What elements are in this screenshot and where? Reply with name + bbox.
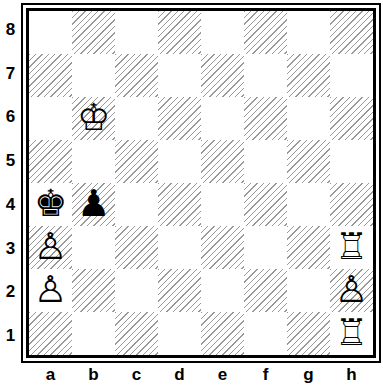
square-h3[interactable]: ♖: [330, 226, 373, 269]
square-e4[interactable]: [201, 183, 244, 226]
file-label-g: g: [303, 365, 313, 385]
square-h7[interactable]: [330, 54, 373, 97]
square-f2[interactable]: [244, 269, 287, 312]
square-d2[interactable]: [158, 269, 201, 312]
square-c8[interactable]: [115, 11, 158, 54]
square-f4[interactable]: [244, 183, 287, 226]
board-frame: ♔♚♟♙♖♙♙♖: [21, 3, 381, 363]
board: ♔♚♟♙♖♙♙♖: [26, 8, 376, 358]
square-e8[interactable]: [201, 11, 244, 54]
square-c2[interactable]: [115, 269, 158, 312]
square-a2[interactable]: ♙: [29, 269, 72, 312]
rank-labels: 87654321: [0, 3, 21, 363]
white-pawn[interactable]: ♙: [335, 269, 368, 311]
square-e1[interactable]: [201, 312, 244, 355]
square-h1[interactable]: ♖: [330, 312, 373, 355]
rank-label-2: 2: [6, 282, 15, 302]
square-f3[interactable]: [244, 226, 287, 269]
black-king[interactable]: ♚: [34, 183, 67, 225]
white-rook[interactable]: ♖: [335, 312, 368, 354]
file-label-h: h: [346, 365, 356, 385]
square-h2[interactable]: ♙: [330, 269, 373, 312]
square-a1[interactable]: [29, 312, 72, 355]
square-d7[interactable]: [158, 54, 201, 97]
square-e2[interactable]: [201, 269, 244, 312]
square-d6[interactable]: [158, 97, 201, 140]
square-e5[interactable]: [201, 140, 244, 183]
square-b1[interactable]: [72, 312, 115, 355]
square-b5[interactable]: [72, 140, 115, 183]
square-h8[interactable]: [330, 11, 373, 54]
file-label-a: a: [46, 365, 55, 385]
square-d5[interactable]: [158, 140, 201, 183]
square-g3[interactable]: [287, 226, 330, 269]
square-b4[interactable]: ♟: [72, 183, 115, 226]
white-rook[interactable]: ♖: [335, 226, 368, 268]
square-e6[interactable]: [201, 97, 244, 140]
square-b3[interactable]: [72, 226, 115, 269]
file-label-d: d: [174, 365, 184, 385]
square-g5[interactable]: [287, 140, 330, 183]
square-g2[interactable]: [287, 269, 330, 312]
square-c1[interactable]: [115, 312, 158, 355]
square-f5[interactable]: [244, 140, 287, 183]
square-b7[interactable]: [72, 54, 115, 97]
rank-label-1: 1: [6, 326, 15, 346]
square-h5[interactable]: [330, 140, 373, 183]
square-a8[interactable]: [29, 11, 72, 54]
square-g4[interactable]: [287, 183, 330, 226]
file-labels: abcdefgh: [21, 363, 381, 387]
square-d3[interactable]: [158, 226, 201, 269]
square-f1[interactable]: [244, 312, 287, 355]
square-d8[interactable]: [158, 11, 201, 54]
square-g7[interactable]: [287, 54, 330, 97]
square-a6[interactable]: [29, 97, 72, 140]
rank-label-7: 7: [6, 64, 15, 84]
white-pawn[interactable]: ♙: [34, 226, 67, 268]
square-d1[interactable]: [158, 312, 201, 355]
square-f8[interactable]: [244, 11, 287, 54]
square-d4[interactable]: [158, 183, 201, 226]
square-b2[interactable]: [72, 269, 115, 312]
square-f6[interactable]: [244, 97, 287, 140]
rank-label-6: 6: [6, 107, 15, 127]
file-label-e: e: [218, 365, 227, 385]
square-c5[interactable]: [115, 140, 158, 183]
square-g6[interactable]: [287, 97, 330, 140]
chess-board-diagram: 87654321 ♔♚♟♙♖♙♙♖ abcdefgh: [0, 0, 383, 387]
rank-label-5: 5: [6, 151, 15, 171]
corner-spacer: [0, 363, 21, 387]
file-label-f: f: [263, 365, 269, 385]
white-pawn[interactable]: ♙: [34, 269, 67, 311]
black-pawn[interactable]: ♟: [77, 183, 110, 225]
rank-label-3: 3: [6, 239, 15, 259]
white-king[interactable]: ♔: [77, 97, 110, 139]
square-h6[interactable]: [330, 97, 373, 140]
square-g8[interactable]: [287, 11, 330, 54]
square-b8[interactable]: [72, 11, 115, 54]
file-label-b: b: [88, 365, 98, 385]
square-a5[interactable]: [29, 140, 72, 183]
square-h4[interactable]: [330, 183, 373, 226]
square-f7[interactable]: [244, 54, 287, 97]
square-b6[interactable]: ♔: [72, 97, 115, 140]
square-e3[interactable]: [201, 226, 244, 269]
square-a7[interactable]: [29, 54, 72, 97]
square-c7[interactable]: [115, 54, 158, 97]
rank-label-4: 4: [6, 195, 15, 215]
square-a3[interactable]: ♙: [29, 226, 72, 269]
square-a4[interactable]: ♚: [29, 183, 72, 226]
square-c6[interactable]: [115, 97, 158, 140]
square-c3[interactable]: [115, 226, 158, 269]
square-g1[interactable]: [287, 312, 330, 355]
square-e7[interactable]: [201, 54, 244, 97]
square-c4[interactable]: [115, 183, 158, 226]
file-label-c: c: [132, 365, 141, 385]
rank-label-8: 8: [6, 20, 15, 40]
